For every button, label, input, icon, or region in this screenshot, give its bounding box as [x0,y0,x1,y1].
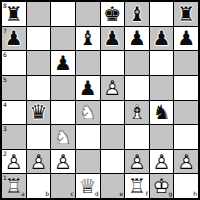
square-a2[interactable]: 2♟♙ [2,150,26,174]
piece-black-pawn-icon: ♟ [51,51,75,75]
piece-black-bishop-icon: ♝ [125,2,149,26]
square-h5[interactable] [174,76,198,100]
piece-black-rook-icon: ♜ [174,2,198,26]
piece-white-pawn-icon: ♟♙ [101,76,125,100]
piece-black-pawn-icon: ♟ [125,27,149,51]
square-b2[interactable]: ♟♙ [27,150,51,174]
piece-white-rook-icon: ♜♖ [2,174,26,198]
rank-label-4: 4 [3,102,7,108]
square-c3[interactable]: ♞♘ [51,125,75,149]
piece-white-bishop-icon: ♝♗ [125,101,149,125]
rank-label-3: 3 [3,126,7,132]
square-b1[interactable]: b [27,174,51,198]
square-e4[interactable] [101,101,125,125]
square-a6[interactable]: 6 [2,51,26,75]
square-f6[interactable] [125,51,149,75]
square-d8[interactable] [76,2,100,26]
square-e3[interactable] [101,125,125,149]
square-f2[interactable]: ♟♙ [125,150,149,174]
square-b7[interactable] [27,27,51,51]
file-label-e: e [119,191,123,197]
piece-black-knight-icon: ♞ [150,101,174,125]
piece-black-bishop-icon: ♝ [76,27,100,51]
piece-white-pawn-icon: ♟♙ [27,150,51,174]
piece-white-king-icon: ♚♔ [150,174,174,198]
square-g3[interactable] [150,125,174,149]
chess-board: 8♜♚♝♜7♟♝♟♟♟♟6♟5♟♟♙4♛♞♘♝♗♞3♞♘2♟♙♟♙♟♙♟♙♟♙♟… [0,0,200,200]
piece-white-rook-icon: ♜♖ [125,174,149,198]
square-e1[interactable]: e [101,174,125,198]
piece-white-pawn-icon: ♟♙ [150,150,174,174]
square-a4[interactable]: 4 [2,101,26,125]
square-d2[interactable] [76,150,100,174]
square-h7[interactable]: ♟ [174,27,198,51]
piece-white-pawn-icon: ♟♙ [174,150,198,174]
square-g6[interactable] [150,51,174,75]
square-a1[interactable]: 1a♜♖ [2,174,26,198]
square-h3[interactable] [174,125,198,149]
piece-black-king-icon: ♚ [101,2,125,26]
piece-black-pawn-icon: ♟ [150,27,174,51]
square-c6[interactable]: ♟ [51,51,75,75]
square-c2[interactable]: ♟♙ [51,150,75,174]
square-b5[interactable] [27,76,51,100]
rank-label-6: 6 [3,52,7,58]
square-f3[interactable] [125,125,149,149]
square-h6[interactable] [174,51,198,75]
square-b3[interactable] [27,125,51,149]
square-h8[interactable]: ♜ [174,2,198,26]
square-g5[interactable] [150,76,174,100]
square-g4[interactable]: ♞ [150,101,174,125]
square-d6[interactable] [76,51,100,75]
square-c4[interactable] [51,101,75,125]
square-f8[interactable]: ♝ [125,2,149,26]
piece-white-pawn-icon: ♟♙ [125,150,149,174]
piece-white-knight-icon: ♞♘ [76,101,100,125]
square-b4[interactable]: ♛ [27,101,51,125]
square-h2[interactable]: ♟♙ [174,150,198,174]
square-f4[interactable]: ♝♗ [125,101,149,125]
square-g8[interactable] [150,2,174,26]
file-label-c: c [71,191,74,197]
square-a5[interactable]: 5 [2,76,26,100]
file-label-b: b [45,191,49,197]
square-h4[interactable] [174,101,198,125]
square-a8[interactable]: 8♜ [2,2,26,26]
square-c8[interactable] [51,2,75,26]
piece-black-queen-icon: ♛ [27,101,51,125]
square-b8[interactable] [27,2,51,26]
square-e2[interactable] [101,150,125,174]
square-b6[interactable] [27,51,51,75]
piece-white-pawn-icon: ♟♙ [2,150,26,174]
square-d3[interactable] [76,125,100,149]
square-g2[interactable]: ♟♙ [150,150,174,174]
piece-white-knight-icon: ♞♘ [51,125,75,149]
square-d1[interactable]: d♛♕ [76,174,100,198]
square-c7[interactable] [51,27,75,51]
square-f5[interactable] [125,76,149,100]
square-e8[interactable]: ♚ [101,2,125,26]
square-a3[interactable]: 3 [2,125,26,149]
square-f1[interactable]: f♜♖ [125,174,149,198]
square-c5[interactable] [51,76,75,100]
piece-black-rook-icon: ♜ [2,2,26,26]
square-e6[interactable] [101,51,125,75]
piece-white-pawn-icon: ♟♙ [51,150,75,174]
square-g1[interactable]: g♚♔ [150,174,174,198]
square-e5[interactable]: ♟♙ [101,76,125,100]
file-label-h: h [193,191,197,197]
square-c1[interactable]: c [51,174,75,198]
square-f7[interactable]: ♟ [125,27,149,51]
piece-black-pawn-icon: ♟ [2,27,26,51]
rank-label-5: 5 [3,77,7,83]
square-h1[interactable]: h [174,174,198,198]
square-d7[interactable]: ♝ [76,27,100,51]
square-e7[interactable]: ♟ [101,27,125,51]
square-g7[interactable]: ♟ [150,27,174,51]
piece-white-queen-icon: ♛♕ [76,174,100,198]
square-d4[interactable]: ♞♘ [76,101,100,125]
piece-black-pawn-icon: ♟ [101,27,125,51]
square-d5[interactable]: ♟ [76,76,100,100]
piece-black-pawn-icon: ♟ [76,76,100,100]
piece-black-pawn-icon: ♟ [174,27,198,51]
square-a7[interactable]: 7♟ [2,27,26,51]
